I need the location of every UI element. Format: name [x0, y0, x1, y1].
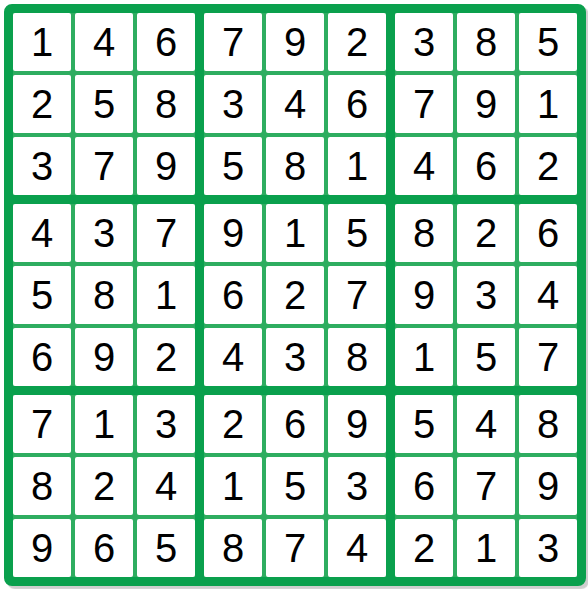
- cell-r3c4[interactable]: 5: [204, 137, 262, 195]
- box-5: 826934157: [395, 204, 577, 386]
- cell-r4c8[interactable]: 2: [457, 204, 515, 262]
- cell-r8c1[interactable]: 8: [13, 457, 71, 515]
- cell-r6c4[interactable]: 4: [204, 328, 262, 386]
- cell-r3c8[interactable]: 6: [457, 137, 515, 195]
- box-1: 792346581: [204, 13, 386, 195]
- cell-r2c8[interactable]: 9: [457, 75, 515, 133]
- cell-r7c9[interactable]: 8: [519, 395, 577, 453]
- cell-r3c9[interactable]: 2: [519, 137, 577, 195]
- cell-r3c3[interactable]: 9: [137, 137, 195, 195]
- cell-r5c7[interactable]: 9: [395, 266, 453, 324]
- cell-r5c6[interactable]: 7: [328, 266, 386, 324]
- cell-r1c6[interactable]: 2: [328, 13, 386, 71]
- cell-r6c6[interactable]: 8: [328, 328, 386, 386]
- cell-r3c6[interactable]: 1: [328, 137, 386, 195]
- cell-r5c5[interactable]: 2: [266, 266, 324, 324]
- cell-r2c6[interactable]: 6: [328, 75, 386, 133]
- cell-r6c2[interactable]: 9: [75, 328, 133, 386]
- cell-r2c4[interactable]: 3: [204, 75, 262, 133]
- box-3: 437581692: [13, 204, 195, 386]
- cell-r9c3[interactable]: 5: [137, 519, 195, 577]
- cell-r2c9[interactable]: 1: [519, 75, 577, 133]
- cell-r5c4[interactable]: 6: [204, 266, 262, 324]
- cell-r2c7[interactable]: 7: [395, 75, 453, 133]
- cell-r1c3[interactable]: 6: [137, 13, 195, 71]
- cell-r1c5[interactable]: 9: [266, 13, 324, 71]
- cell-r5c2[interactable]: 8: [75, 266, 133, 324]
- cell-r8c6[interactable]: 3: [328, 457, 386, 515]
- cell-r5c3[interactable]: 1: [137, 266, 195, 324]
- cell-r6c1[interactable]: 6: [13, 328, 71, 386]
- cell-r7c3[interactable]: 3: [137, 395, 195, 453]
- cell-r6c9[interactable]: 7: [519, 328, 577, 386]
- cell-r4c6[interactable]: 5: [328, 204, 386, 262]
- cell-r1c1[interactable]: 1: [13, 13, 71, 71]
- cell-r6c8[interactable]: 5: [457, 328, 515, 386]
- cell-r6c3[interactable]: 2: [137, 328, 195, 386]
- cell-r4c7[interactable]: 8: [395, 204, 453, 262]
- cell-r4c4[interactable]: 9: [204, 204, 262, 262]
- cell-r2c2[interactable]: 5: [75, 75, 133, 133]
- cell-r8c4[interactable]: 1: [204, 457, 262, 515]
- box-6: 713824965: [13, 395, 195, 577]
- cell-r1c9[interactable]: 5: [519, 13, 577, 71]
- cell-r7c8[interactable]: 4: [457, 395, 515, 453]
- cell-r8c3[interactable]: 4: [137, 457, 195, 515]
- cell-r5c8[interactable]: 3: [457, 266, 515, 324]
- cell-r4c3[interactable]: 7: [137, 204, 195, 262]
- box-4: 915627438: [204, 204, 386, 386]
- cell-r4c1[interactable]: 4: [13, 204, 71, 262]
- cell-r6c5[interactable]: 3: [266, 328, 324, 386]
- cell-r1c8[interactable]: 8: [457, 13, 515, 71]
- cell-r6c7[interactable]: 1: [395, 328, 453, 386]
- cell-r8c8[interactable]: 7: [457, 457, 515, 515]
- cell-r3c1[interactable]: 3: [13, 137, 71, 195]
- cell-r5c9[interactable]: 4: [519, 266, 577, 324]
- cell-r9c5[interactable]: 7: [266, 519, 324, 577]
- cell-r9c9[interactable]: 3: [519, 519, 577, 577]
- cell-r9c4[interactable]: 8: [204, 519, 262, 577]
- box-0: 146258379: [13, 13, 195, 195]
- cell-r7c1[interactable]: 7: [13, 395, 71, 453]
- cell-r7c2[interactable]: 1: [75, 395, 133, 453]
- box-7: 269153874: [204, 395, 386, 577]
- cell-r4c5[interactable]: 1: [266, 204, 324, 262]
- cell-r9c2[interactable]: 6: [75, 519, 133, 577]
- cell-r2c3[interactable]: 8: [137, 75, 195, 133]
- cell-r2c5[interactable]: 4: [266, 75, 324, 133]
- box-2: 385791462: [395, 13, 577, 195]
- cell-r7c6[interactable]: 9: [328, 395, 386, 453]
- cell-r9c8[interactable]: 1: [457, 519, 515, 577]
- cell-r4c9[interactable]: 6: [519, 204, 577, 262]
- cell-r7c7[interactable]: 5: [395, 395, 453, 453]
- cell-r9c1[interactable]: 9: [13, 519, 71, 577]
- cell-r8c2[interactable]: 2: [75, 457, 133, 515]
- cell-r5c1[interactable]: 5: [13, 266, 71, 324]
- cell-r3c7[interactable]: 4: [395, 137, 453, 195]
- cell-r9c6[interactable]: 4: [328, 519, 386, 577]
- cell-r7c4[interactable]: 2: [204, 395, 262, 453]
- cell-r8c9[interactable]: 9: [519, 457, 577, 515]
- cell-r7c5[interactable]: 6: [266, 395, 324, 453]
- cell-r9c7[interactable]: 2: [395, 519, 453, 577]
- cell-r1c7[interactable]: 3: [395, 13, 453, 71]
- cell-r4c2[interactable]: 3: [75, 204, 133, 262]
- sudoku-board: 1462583797923465813857914624375816929156…: [4, 4, 586, 586]
- cell-r8c5[interactable]: 5: [266, 457, 324, 515]
- cell-r1c4[interactable]: 7: [204, 13, 262, 71]
- cell-r3c2[interactable]: 7: [75, 137, 133, 195]
- box-8: 548679213: [395, 395, 577, 577]
- cell-r2c1[interactable]: 2: [13, 75, 71, 133]
- cell-r1c2[interactable]: 4: [75, 13, 133, 71]
- cell-r8c7[interactable]: 6: [395, 457, 453, 515]
- cell-r3c5[interactable]: 8: [266, 137, 324, 195]
